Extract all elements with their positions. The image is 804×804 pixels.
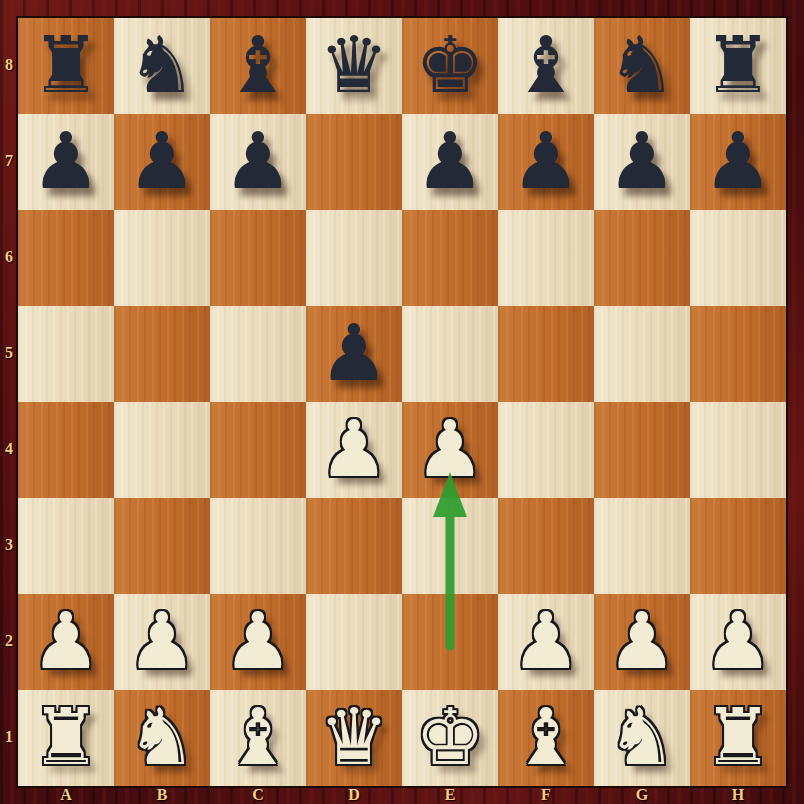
piece-black-knight-g8[interactable]: ♞ — [594, 18, 690, 114]
square-b5[interactable] — [114, 306, 210, 402]
piece-white-pawn-c2[interactable]: ♟ — [210, 594, 306, 690]
square-g4[interactable] — [594, 402, 690, 498]
square-f4[interactable] — [498, 402, 594, 498]
square-h2[interactable]: ♟ — [690, 594, 786, 690]
rank-label-1: 1 — [0, 728, 18, 746]
square-e2[interactable] — [402, 594, 498, 690]
square-a2[interactable]: ♟ — [18, 594, 114, 690]
square-c2[interactable]: ♟ — [210, 594, 306, 690]
file-label-g: G — [594, 785, 690, 804]
piece-black-pawn-c7[interactable]: ♟ — [210, 114, 306, 210]
rank-label-5: 5 — [0, 344, 18, 362]
piece-black-pawn-e7[interactable]: ♟ — [402, 114, 498, 210]
piece-white-rook-h1[interactable]: ♜ — [690, 690, 786, 786]
piece-white-bishop-c1[interactable]: ♝ — [210, 690, 306, 786]
square-a5[interactable] — [18, 306, 114, 402]
file-label-f: F — [498, 785, 594, 804]
square-g5[interactable] — [594, 306, 690, 402]
piece-black-pawn-a7[interactable]: ♟ — [18, 114, 114, 210]
square-e3[interactable] — [402, 498, 498, 594]
rank-label-7: 7 — [0, 152, 18, 170]
square-g6[interactable] — [594, 210, 690, 306]
square-d2[interactable] — [306, 594, 402, 690]
piece-white-queen-d1[interactable]: ♛ — [306, 690, 402, 786]
piece-black-rook-h8[interactable]: ♜ — [690, 18, 786, 114]
square-f3[interactable] — [498, 498, 594, 594]
square-a8[interactable]: ♜ — [18, 18, 114, 114]
square-a3[interactable] — [18, 498, 114, 594]
piece-white-pawn-a2[interactable]: ♟ — [18, 594, 114, 690]
piece-white-rook-a1[interactable]: ♜ — [18, 690, 114, 786]
rank-label-8: 8 — [0, 56, 18, 74]
square-a7[interactable]: ♟ — [18, 114, 114, 210]
piece-black-queen-d8[interactable]: ♛ — [306, 18, 402, 114]
square-e5[interactable] — [402, 306, 498, 402]
square-c5[interactable] — [210, 306, 306, 402]
piece-black-king-e8[interactable]: ♚ — [402, 18, 498, 114]
square-f6[interactable] — [498, 210, 594, 306]
square-c7[interactable]: ♟ — [210, 114, 306, 210]
square-c8[interactable]: ♝ — [210, 18, 306, 114]
piece-black-bishop-c8[interactable]: ♝ — [210, 18, 306, 114]
file-label-c: C — [210, 785, 306, 804]
rank-label-6: 6 — [0, 248, 18, 266]
square-f1[interactable]: ♝ — [498, 690, 594, 786]
square-h7[interactable]: ♟ — [690, 114, 786, 210]
square-e4[interactable]: ♟ — [402, 402, 498, 498]
file-label-a: A — [18, 785, 114, 804]
square-h6[interactable] — [690, 210, 786, 306]
chess-board: ♜♞♝♛♚♝♞♜♟♟♟♟♟♟♟♟♟♟♟♟♟♟♟♟♜♞♝♛♚♝♞♜ — [18, 18, 786, 786]
piece-white-knight-b1[interactable]: ♞ — [114, 690, 210, 786]
square-h5[interactable] — [690, 306, 786, 402]
square-d1[interactable]: ♛ — [306, 690, 402, 786]
square-h3[interactable] — [690, 498, 786, 594]
square-c6[interactable] — [210, 210, 306, 306]
piece-black-pawn-h7[interactable]: ♟ — [690, 114, 786, 210]
square-e7[interactable]: ♟ — [402, 114, 498, 210]
file-label-b: B — [114, 785, 210, 804]
square-g3[interactable] — [594, 498, 690, 594]
file-label-d: D — [306, 785, 402, 804]
square-c3[interactable] — [210, 498, 306, 594]
piece-white-knight-g1[interactable]: ♞ — [594, 690, 690, 786]
square-e6[interactable] — [402, 210, 498, 306]
square-a4[interactable] — [18, 402, 114, 498]
square-e8[interactable]: ♚ — [402, 18, 498, 114]
square-b8[interactable]: ♞ — [114, 18, 210, 114]
piece-white-pawn-f2[interactable]: ♟ — [498, 594, 594, 690]
piece-black-pawn-d5[interactable]: ♟ — [306, 306, 402, 402]
square-b6[interactable] — [114, 210, 210, 306]
square-d6[interactable] — [306, 210, 402, 306]
file-label-e: E — [402, 785, 498, 804]
piece-black-knight-b8[interactable]: ♞ — [114, 18, 210, 114]
piece-black-bishop-f8[interactable]: ♝ — [498, 18, 594, 114]
square-b2[interactable]: ♟ — [114, 594, 210, 690]
square-g7[interactable]: ♟ — [594, 114, 690, 210]
square-a1[interactable]: ♜ — [18, 690, 114, 786]
square-g8[interactable]: ♞ — [594, 18, 690, 114]
square-b1[interactable]: ♞ — [114, 690, 210, 786]
square-d8[interactable]: ♛ — [306, 18, 402, 114]
file-label-h: H — [690, 785, 786, 804]
piece-white-pawn-e4[interactable]: ♟ — [402, 402, 498, 498]
piece-white-pawn-h2[interactable]: ♟ — [690, 594, 786, 690]
piece-black-pawn-b7[interactable]: ♟ — [114, 114, 210, 210]
square-b3[interactable] — [114, 498, 210, 594]
piece-black-pawn-f7[interactable]: ♟ — [498, 114, 594, 210]
square-h8[interactable]: ♜ — [690, 18, 786, 114]
piece-black-rook-a8[interactable]: ♜ — [18, 18, 114, 114]
piece-white-king-e1[interactable]: ♚ — [402, 690, 498, 786]
square-h1[interactable]: ♜ — [690, 690, 786, 786]
square-f2[interactable]: ♟ — [498, 594, 594, 690]
square-d7[interactable] — [306, 114, 402, 210]
square-a6[interactable] — [18, 210, 114, 306]
piece-white-pawn-d4[interactable]: ♟ — [306, 402, 402, 498]
square-f5[interactable] — [498, 306, 594, 402]
square-b7[interactable]: ♟ — [114, 114, 210, 210]
square-g1[interactable]: ♞ — [594, 690, 690, 786]
square-h4[interactable] — [690, 402, 786, 498]
square-e1[interactable]: ♚ — [402, 690, 498, 786]
square-c1[interactable]: ♝ — [210, 690, 306, 786]
chess-board-frame: ♜♞♝♛♚♝♞♜♟♟♟♟♟♟♟♟♟♟♟♟♟♟♟♟♜♞♝♛♚♝♞♜ 8765432… — [0, 0, 804, 804]
square-d5[interactable]: ♟ — [306, 306, 402, 402]
piece-black-pawn-g7[interactable]: ♟ — [594, 114, 690, 210]
square-g2[interactable]: ♟ — [594, 594, 690, 690]
square-b4[interactable] — [114, 402, 210, 498]
square-d4[interactable]: ♟ — [306, 402, 402, 498]
piece-white-pawn-g2[interactable]: ♟ — [594, 594, 690, 690]
square-f8[interactable]: ♝ — [498, 18, 594, 114]
rank-label-4: 4 — [0, 440, 18, 458]
piece-white-bishop-f1[interactable]: ♝ — [498, 690, 594, 786]
rank-label-2: 2 — [0, 632, 18, 650]
square-d3[interactable] — [306, 498, 402, 594]
rank-label-3: 3 — [0, 536, 18, 554]
piece-white-pawn-b2[interactable]: ♟ — [114, 594, 210, 690]
square-f7[interactable]: ♟ — [498, 114, 594, 210]
square-c4[interactable] — [210, 402, 306, 498]
